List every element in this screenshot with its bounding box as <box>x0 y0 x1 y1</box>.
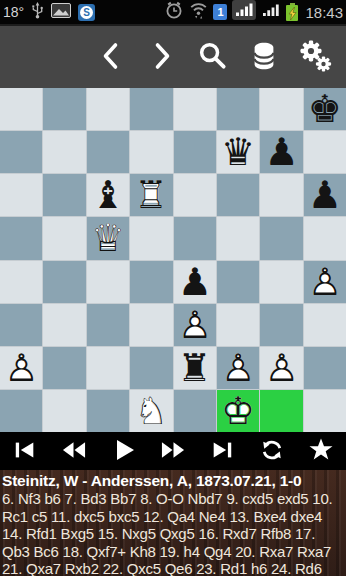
chess-app-screen: 18° <box>0 0 346 576</box>
favorite-button[interactable] <box>297 432 346 470</box>
fast-forward-icon <box>160 440 186 463</box>
square-c7[interactable] <box>87 131 129 173</box>
move-line: Qb3 Bc6 18. Qxf7+ Kh8 19. h4 Qg4 20. Rxa… <box>2 543 344 561</box>
rewind-icon <box>61 440 87 463</box>
skype-icon: S <box>78 4 95 21</box>
white-pawn: ♟♙ <box>264 349 298 387</box>
skype-letter: S <box>80 6 93 19</box>
square-a1[interactable] <box>0 390 42 432</box>
black-king: ♚ <box>308 90 342 128</box>
square-g8[interactable] <box>260 88 302 130</box>
square-d7[interactable] <box>130 131 172 173</box>
square-b7[interactable] <box>43 131 85 173</box>
square-g5[interactable] <box>260 217 302 259</box>
move-line: 6. Nf3 b6 7. Bd3 Bb7 8. O-O Nbd7 9. cxd5… <box>2 490 344 508</box>
square-a3[interactable] <box>0 304 42 346</box>
toolbar <box>0 26 346 88</box>
black-bishop: ♝ <box>91 176 125 214</box>
square-e4[interactable]: ♟ <box>174 261 216 303</box>
square-f7[interactable]: ♛ <box>217 131 259 173</box>
square-h6[interactable]: ♟ <box>304 174 346 216</box>
skip-to-end-icon <box>210 440 234 463</box>
signal-icon-2 <box>261 1 281 23</box>
refresh-button[interactable] <box>247 432 296 470</box>
step-forward-button[interactable] <box>148 432 197 470</box>
gears-icon <box>298 39 332 76</box>
square-d3[interactable] <box>130 304 172 346</box>
star-icon <box>309 438 333 464</box>
square-c2[interactable] <box>87 347 129 389</box>
square-f1[interactable]: ♚♔ <box>217 390 259 432</box>
signal-icon <box>232 0 256 24</box>
wifi-icon <box>189 1 208 23</box>
playback-controls <box>0 432 346 470</box>
square-f2[interactable]: ♟♙ <box>217 347 259 389</box>
white-pawn: ♟♙ <box>4 349 38 387</box>
square-f4[interactable] <box>217 261 259 303</box>
square-f8[interactable] <box>217 88 259 130</box>
refresh-icon <box>261 439 283 464</box>
chevron-right-icon <box>151 40 173 75</box>
square-a6[interactable] <box>0 174 42 216</box>
square-b1[interactable] <box>43 390 85 432</box>
notification-badge: 1 <box>213 4 227 20</box>
chevron-left-icon <box>100 40 122 75</box>
white-pawn: ♟♙ <box>221 349 255 387</box>
square-h8[interactable]: ♚ <box>304 88 346 130</box>
square-f6[interactable] <box>217 174 259 216</box>
square-d4[interactable] <box>130 261 172 303</box>
square-c3[interactable] <box>87 304 129 346</box>
square-g4[interactable] <box>260 261 302 303</box>
white-king: ♚♔ <box>221 392 255 430</box>
square-a4[interactable] <box>0 261 42 303</box>
square-e5[interactable] <box>174 217 216 259</box>
square-h2[interactable] <box>304 347 346 389</box>
go-to-start-button[interactable] <box>0 432 49 470</box>
square-e2[interactable]: ♜ <box>174 347 216 389</box>
white-queen: ♛♕ <box>91 219 125 257</box>
square-h3[interactable] <box>304 304 346 346</box>
square-d1[interactable]: ♞♘ <box>130 390 172 432</box>
chess-board: ♚♛♟♝♜♖♟♛♕♟♟♙♟♙♟♙♜♟♙♟♙♞♘♚♔ <box>0 88 346 432</box>
square-g6[interactable] <box>260 174 302 216</box>
black-pawn: ♟ <box>308 176 342 214</box>
previous-button[interactable] <box>85 26 136 88</box>
square-c1[interactable] <box>87 390 129 432</box>
play-icon <box>113 439 135 464</box>
settings-button[interactable] <box>289 26 340 88</box>
move-line: 14. Rfd1 Bxg5 15. Nxg5 Qxg5 16. Rxd7 Rfb… <box>2 525 344 543</box>
move-line: 21. Qxa7 Rxb2 22. Qxc5 Qe6 23. Rd1 h6 24… <box>2 560 344 576</box>
clock-label: 18:43 <box>305 5 343 20</box>
square-c6[interactable]: ♝ <box>87 174 129 216</box>
search-button[interactable] <box>187 26 238 88</box>
square-h7[interactable] <box>304 131 346 173</box>
black-pawn: ♟ <box>178 263 212 301</box>
status-right-cluster: 1 18:43 <box>164 0 343 24</box>
square-d5[interactable] <box>130 217 172 259</box>
square-b5[interactable] <box>43 217 85 259</box>
usb-icon <box>31 2 44 23</box>
game-header: Steinitz, W - Anderssen, A, 1873.07.21, … <box>2 472 344 490</box>
skip-to-start-icon <box>13 440 37 463</box>
square-h4[interactable]: ♟♙ <box>304 261 346 303</box>
square-d8[interactable] <box>130 88 172 130</box>
next-button[interactable] <box>136 26 187 88</box>
square-b8[interactable] <box>43 88 85 130</box>
database-button[interactable] <box>238 26 289 88</box>
square-e6[interactable] <box>174 174 216 216</box>
square-a7[interactable] <box>0 131 42 173</box>
square-a2[interactable]: ♟♙ <box>0 347 42 389</box>
square-e3[interactable]: ♟♙ <box>174 304 216 346</box>
square-h1[interactable] <box>304 390 346 432</box>
square-d6[interactable]: ♜♖ <box>130 174 172 216</box>
alarm-icon <box>164 0 184 24</box>
square-b6[interactable] <box>43 174 85 216</box>
square-b3[interactable] <box>43 304 85 346</box>
search-icon <box>197 40 228 74</box>
square-f3[interactable] <box>217 304 259 346</box>
battery-icon <box>286 3 298 21</box>
status-left-cluster: 18° <box>3 2 95 23</box>
square-g3[interactable] <box>260 304 302 346</box>
move-line: Rc1 c5 11. dxc5 bxc5 12. Qa4 Ne4 13. Bxe… <box>2 508 344 526</box>
square-h5[interactable] <box>304 217 346 259</box>
go-to-end-button[interactable] <box>198 432 247 470</box>
database-icon <box>249 40 279 75</box>
square-b2[interactable] <box>43 347 85 389</box>
black-queen: ♛ <box>221 133 255 171</box>
square-b4[interactable] <box>43 261 85 303</box>
square-a8[interactable] <box>0 88 42 130</box>
temperature-label: 18° <box>3 5 24 19</box>
play-button[interactable] <box>99 432 148 470</box>
square-g2[interactable]: ♟♙ <box>260 347 302 389</box>
square-e8[interactable] <box>174 88 216 130</box>
square-g1[interactable] <box>260 390 302 432</box>
square-g7[interactable]: ♟ <box>260 131 302 173</box>
square-e1[interactable] <box>174 390 216 432</box>
square-d2[interactable] <box>130 347 172 389</box>
white-pawn: ♟♙ <box>308 263 342 301</box>
game-notation-panel[interactable]: Steinitz, W - Anderssen, A, 1873.07.21, … <box>0 470 346 576</box>
black-pawn: ♟ <box>264 133 298 171</box>
step-back-button[interactable] <box>49 432 98 470</box>
status-bar: 18° <box>0 0 346 26</box>
square-f5[interactable] <box>217 217 259 259</box>
black-rook: ♜ <box>178 349 212 387</box>
white-rook: ♜♖ <box>134 176 168 214</box>
square-c5[interactable]: ♛♕ <box>87 217 129 259</box>
square-c4[interactable] <box>87 261 129 303</box>
square-e7[interactable] <box>174 131 216 173</box>
white-knight: ♞♘ <box>134 392 168 430</box>
gallery-icon <box>51 3 71 22</box>
square-a5[interactable] <box>0 217 42 259</box>
square-c8[interactable] <box>87 88 129 130</box>
white-pawn: ♟♙ <box>178 306 212 344</box>
